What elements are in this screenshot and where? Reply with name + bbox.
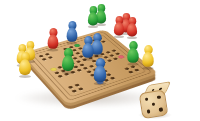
peg-base-shadow [82,58,93,61]
peg-green[interactable] [127,41,138,65]
peg-body [127,23,137,37]
peg-yellow[interactable] [19,52,31,77]
peg-body [114,22,124,36]
die-pip [146,110,150,114]
peg-red[interactable] [114,16,124,37]
peg-base-shadow [127,37,137,40]
peg-base-shadow [127,63,138,66]
die-pip [144,97,148,101]
peg-body [62,55,74,71]
peg-base-shadow [48,49,59,52]
peg-base-shadow [88,26,98,29]
peg-body [67,27,78,41]
peg-yellow[interactable] [142,45,153,69]
peg-body [82,43,93,58]
die-pip [159,108,163,112]
die-pip [157,95,161,99]
peg-base-shadow [62,71,74,74]
peg-body [127,48,138,63]
product-photo [0,0,200,121]
wooden-die[interactable] [137,82,174,120]
die-front-face [139,89,169,119]
peg-base-shadow [114,36,124,39]
peg-blue[interactable] [67,21,78,44]
peg-blue[interactable] [82,36,93,60]
peg-green[interactable] [62,48,74,73]
peg-red[interactable] [127,17,137,38]
peg-hole[interactable] [78,87,84,90]
peg-red[interactable] [48,28,59,51]
peg-body [19,59,31,75]
peg-body [142,52,153,67]
peg-body [88,12,98,26]
peg-hole[interactable] [133,68,139,71]
peg-blue[interactable] [94,58,107,84]
peg-body [48,34,59,48]
peg-base-shadow [67,42,78,45]
peg-hole[interactable] [71,89,77,92]
peg-green[interactable] [88,6,98,27]
die-pip [152,102,156,106]
peg-base-shadow [94,82,107,85]
peg-base-shadow [142,67,153,70]
peg-base-shadow [19,75,31,78]
peg-body [94,65,107,82]
